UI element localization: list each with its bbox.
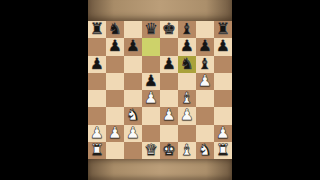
letterbox-right: [232, 0, 320, 180]
square-d7[interactable]: [142, 38, 160, 55]
black-rook: ♜: [90, 21, 104, 38]
square-a5[interactable]: [88, 73, 106, 90]
background-blur-top: [88, 0, 232, 21]
square-d6[interactable]: [142, 56, 160, 73]
square-b2[interactable]: ♟: [106, 125, 124, 142]
square-h5[interactable]: [214, 73, 232, 90]
square-c3[interactable]: ♞: [124, 107, 142, 124]
square-h4[interactable]: [214, 90, 232, 107]
square-c5[interactable]: [124, 73, 142, 90]
black-pawn: ♟: [180, 38, 194, 55]
square-g8[interactable]: [196, 21, 214, 38]
square-c8[interactable]: [124, 21, 142, 38]
black-bishop: ♝: [198, 56, 212, 73]
square-f8[interactable]: ♝: [178, 21, 196, 38]
square-g4[interactable]: [196, 90, 214, 107]
black-king: ♚: [162, 21, 176, 38]
square-b1[interactable]: [106, 142, 124, 159]
square-f2[interactable]: [178, 125, 196, 142]
black-rook: ♜: [216, 21, 230, 38]
square-g5[interactable]: ♟: [196, 73, 214, 90]
square-f7[interactable]: ♟: [178, 38, 196, 55]
square-e7[interactable]: [160, 38, 178, 55]
square-b8[interactable]: ♞: [106, 21, 124, 38]
square-c6[interactable]: [124, 56, 142, 73]
square-e2[interactable]: [160, 125, 178, 142]
square-h7[interactable]: ♟: [214, 38, 232, 55]
square-h6[interactable]: [214, 56, 232, 73]
square-a6[interactable]: ♟: [88, 56, 106, 73]
square-f6[interactable]: ♞: [178, 56, 196, 73]
square-e1[interactable]: ♚: [160, 142, 178, 159]
black-pawn: ♟: [126, 38, 140, 55]
square-g3[interactable]: [196, 107, 214, 124]
square-g1[interactable]: ♞: [196, 142, 214, 159]
square-h1[interactable]: ♜: [214, 142, 232, 159]
square-a1[interactable]: ♜: [88, 142, 106, 159]
white-pawn: ♟: [126, 125, 140, 142]
white-queen: ♛: [144, 142, 158, 159]
square-h8[interactable]: ♜: [214, 21, 232, 38]
square-e4[interactable]: [160, 90, 178, 107]
square-a7[interactable]: [88, 38, 106, 55]
square-f3[interactable]: ♟: [178, 107, 196, 124]
background-blur-bottom: [88, 159, 232, 180]
square-f1[interactable]: ♝: [178, 142, 196, 159]
square-e6[interactable]: ♟: [160, 56, 178, 73]
black-knight: ♞: [180, 56, 194, 73]
white-pawn: ♟: [144, 90, 158, 107]
square-f4[interactable]: ♝: [178, 90, 196, 107]
square-a3[interactable]: [88, 107, 106, 124]
square-d1[interactable]: ♛: [142, 142, 160, 159]
square-h3[interactable]: [214, 107, 232, 124]
white-pawn: ♟: [216, 125, 230, 142]
letterbox-left: [0, 0, 88, 180]
square-h2[interactable]: ♟: [214, 125, 232, 142]
square-e8[interactable]: ♚: [160, 21, 178, 38]
black-queen: ♛: [144, 21, 158, 38]
black-pawn: ♟: [198, 38, 212, 55]
black-pawn: ♟: [144, 73, 158, 90]
square-b7[interactable]: ♟: [106, 38, 124, 55]
white-pawn: ♟: [90, 125, 104, 142]
square-a4[interactable]: [88, 90, 106, 107]
square-a8[interactable]: ♜: [88, 21, 106, 38]
black-knight: ♞: [108, 21, 122, 38]
video-content-column: ♜♞♛♚♝♜♟♟♟♟♟♟♟♞♝♟♟♟♝♞♟♟♟♟♟♟♜♛♚♝♞♜: [88, 0, 232, 180]
shorts-video-frame: ♜♞♛♚♝♜♟♟♟♟♟♟♟♞♝♟♟♟♝♞♟♟♟♟♟♟♜♛♚♝♞♜: [0, 0, 320, 180]
white-bishop: ♝: [180, 90, 194, 107]
white-pawn: ♟: [198, 73, 212, 90]
square-g2[interactable]: [196, 125, 214, 142]
white-king: ♚: [162, 142, 176, 159]
square-c2[interactable]: ♟: [124, 125, 142, 142]
square-e3[interactable]: ♟: [160, 107, 178, 124]
square-b3[interactable]: [106, 107, 124, 124]
square-f5[interactable]: [178, 73, 196, 90]
square-d2[interactable]: [142, 125, 160, 142]
black-pawn: ♟: [162, 56, 176, 73]
black-pawn: ♟: [216, 38, 230, 55]
square-g6[interactable]: ♝: [196, 56, 214, 73]
square-d3[interactable]: [142, 107, 160, 124]
square-d4[interactable]: ♟: [142, 90, 160, 107]
black-pawn: ♟: [90, 56, 104, 73]
white-knight: ♞: [126, 107, 140, 124]
white-knight: ♞: [198, 142, 212, 159]
square-a2[interactable]: ♟: [88, 125, 106, 142]
square-e5[interactable]: [160, 73, 178, 90]
white-rook: ♜: [90, 142, 104, 159]
white-pawn: ♟: [108, 125, 122, 142]
square-b4[interactable]: [106, 90, 124, 107]
white-pawn: ♟: [180, 107, 194, 124]
square-c1[interactable]: [124, 142, 142, 159]
black-pawn: ♟: [108, 38, 122, 55]
square-d8[interactable]: ♛: [142, 21, 160, 38]
square-d5[interactable]: ♟: [142, 73, 160, 90]
chess-board: ♜♞♛♚♝♜♟♟♟♟♟♟♟♞♝♟♟♟♝♞♟♟♟♟♟♟♜♛♚♝♞♜: [88, 21, 232, 159]
white-pawn: ♟: [162, 107, 176, 124]
square-b6[interactable]: [106, 56, 124, 73]
square-b5[interactable]: [106, 73, 124, 90]
white-bishop: ♝: [180, 142, 194, 159]
square-g7[interactable]: ♟: [196, 38, 214, 55]
square-c7[interactable]: ♟: [124, 38, 142, 55]
black-bishop: ♝: [180, 21, 194, 38]
white-rook: ♜: [216, 142, 230, 159]
square-c4[interactable]: [124, 90, 142, 107]
